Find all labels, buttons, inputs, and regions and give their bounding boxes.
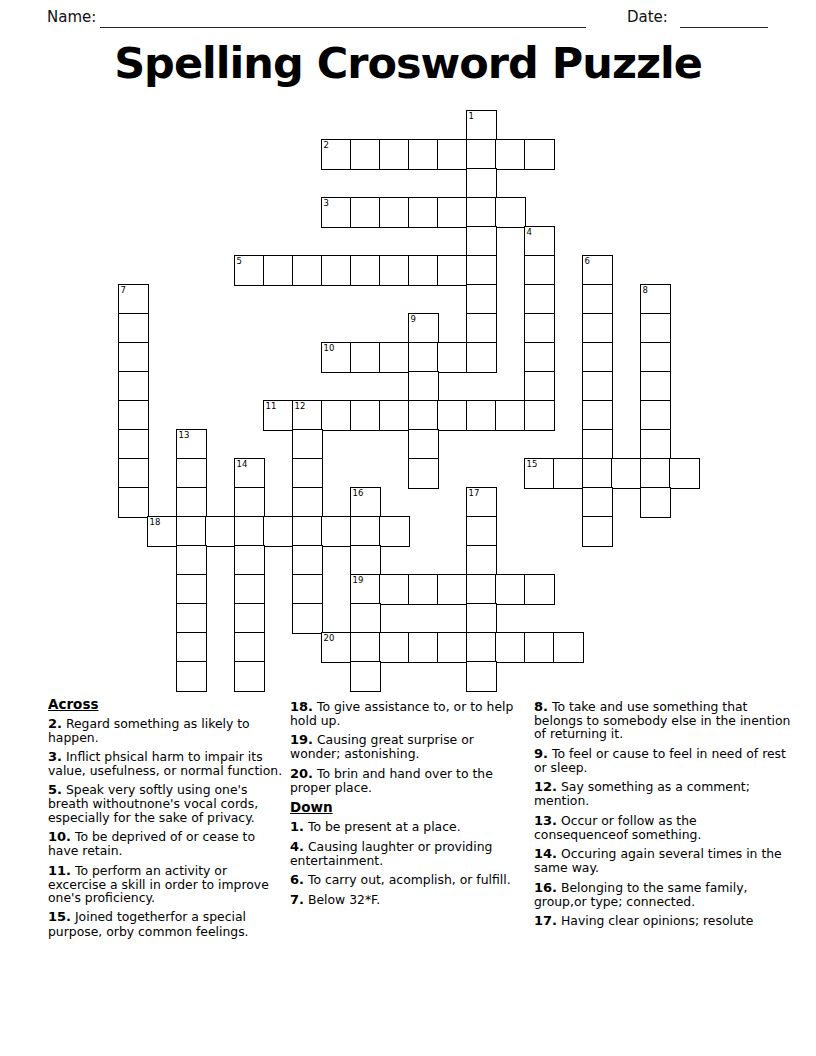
grid-cell-r16c12[interactable] — [466, 574, 497, 605]
grid-cell-r9c0[interactable] — [118, 371, 149, 402]
grid-cell-r5c7[interactable] — [321, 255, 352, 286]
grid-cell-r19c12[interactable] — [466, 661, 497, 692]
grid-cell-r18c13[interactable] — [495, 632, 526, 663]
grid-cell-r18c9[interactable] — [379, 632, 410, 663]
grid-cell-r7c18[interactable] — [640, 313, 671, 344]
name-blank-line[interactable] — [100, 9, 586, 28]
grid-cell-r14c4[interactable] — [234, 516, 265, 547]
grid-cell-r16c6[interactable] — [292, 574, 323, 605]
clue-19: 19. Causing great surprise or wonder; as… — [290, 733, 524, 760]
clue-2: 2. Regard something as likely to happen. — [48, 717, 286, 744]
grid-cell-r16c11[interactable] — [437, 574, 468, 605]
grid-cell-r14c9[interactable] — [379, 516, 410, 547]
grid-cell-r5c16[interactable]: 6 — [582, 255, 613, 286]
cell-number-13: 13 — [179, 431, 190, 440]
grid-cell-r13c8[interactable]: 16 — [350, 487, 381, 518]
cell-number-8: 8 — [643, 286, 648, 295]
clue-column-right: 8. To take and use something that belong… — [534, 700, 792, 934]
grid-cell-r3c11[interactable] — [437, 197, 468, 228]
grid-cell-r10c6[interactable]: 12 — [292, 400, 323, 431]
grid-cell-r5c11[interactable] — [437, 255, 468, 286]
grid-cell-r8c9[interactable] — [379, 342, 410, 373]
grid-cell-r19c4[interactable] — [234, 661, 265, 692]
grid-cell-r3c13[interactable] — [495, 197, 526, 228]
clue-number-label-19: 19. — [290, 732, 313, 747]
grid-cell-r5c4[interactable]: 5 — [234, 255, 265, 286]
grid-cell-r1c7[interactable]: 2 — [321, 139, 352, 170]
grid-cell-r11c2[interactable]: 13 — [176, 429, 207, 460]
grid-cell-r1c10[interactable] — [408, 139, 439, 170]
grid-cell-r10c12[interactable] — [466, 400, 497, 431]
grid-cell-r18c7[interactable]: 20 — [321, 632, 352, 663]
clue-number-label-20: 20. — [290, 766, 313, 781]
cell-number-1: 1 — [469, 112, 474, 121]
grid-cell-r8c7[interactable]: 10 — [321, 342, 352, 373]
date-label: Date: — [627, 8, 668, 26]
grid-cell-r13c12[interactable]: 17 — [466, 487, 497, 518]
grid-cell-r11c16[interactable] — [582, 429, 613, 460]
grid-cell-r15c2[interactable] — [176, 545, 207, 576]
grid-cell-r1c12[interactable] — [466, 139, 497, 170]
grid-cell-r10c7[interactable] — [321, 400, 352, 431]
crossword-grid: 1234567891011121314151617181920 — [118, 110, 698, 690]
down-heading: Down — [290, 800, 524, 815]
grid-cell-r15c4[interactable] — [234, 545, 265, 576]
grid-cell-r10c11[interactable] — [437, 400, 468, 431]
clue-number-label-14: 14. — [534, 846, 557, 861]
grid-cell-r9c16[interactable] — [582, 371, 613, 402]
grid-cell-r11c6[interactable] — [292, 429, 323, 460]
grid-cell-r10c13[interactable] — [495, 400, 526, 431]
grid-cell-r5c14[interactable] — [524, 255, 555, 286]
clue-10: 10. To be deprived of or cease to have r… — [48, 830, 286, 857]
clue-number-label-18: 18. — [290, 699, 313, 714]
grid-cell-r3c9[interactable] — [379, 197, 410, 228]
grid-cell-r10c9[interactable] — [379, 400, 410, 431]
cell-number-5: 5 — [237, 257, 242, 266]
grid-cell-r18c12[interactable] — [466, 632, 497, 663]
grid-cell-r10c16[interactable] — [582, 400, 613, 431]
clue-1: 1. To be present at a place. — [290, 820, 524, 834]
grid-cell-r9c18[interactable] — [640, 371, 671, 402]
grid-cell-r19c8[interactable] — [350, 661, 381, 692]
grid-cell-r5c8[interactable] — [350, 255, 381, 286]
grid-cell-r3c8[interactable] — [350, 197, 381, 228]
grid-cell-r5c6[interactable] — [292, 255, 323, 286]
grid-cell-r12c17[interactable] — [611, 458, 642, 489]
cell-number-11: 11 — [266, 402, 277, 411]
cell-number-17: 17 — [469, 489, 480, 498]
grid-cell-r18c2[interactable] — [176, 632, 207, 663]
clue-number-label-12: 12. — [534, 779, 557, 794]
cell-number-16: 16 — [353, 489, 364, 498]
clue-15: 15. Joined togetherfor a special purpose… — [48, 910, 286, 937]
grid-cell-r1c8[interactable] — [350, 139, 381, 170]
grid-cell-r12c19[interactable] — [669, 458, 700, 489]
grid-cell-r18c8[interactable] — [350, 632, 381, 663]
grid-cell-r10c5[interactable]: 11 — [263, 400, 294, 431]
grid-cell-r3c10[interactable] — [408, 197, 439, 228]
grid-cell-r10c14[interactable] — [524, 400, 555, 431]
clue-9: 9. To feel or cause to feel in need of r… — [534, 747, 792, 774]
grid-cell-r7c14[interactable] — [524, 313, 555, 344]
grid-cell-r8c10[interactable] — [408, 342, 439, 373]
clue-number-label-16: 16. — [534, 880, 557, 895]
grid-cell-r8c14[interactable] — [524, 342, 555, 373]
page-title: Spelling Crosword Puzzle — [0, 38, 816, 88]
grid-cell-r14c3[interactable] — [205, 516, 236, 547]
grid-cell-r16c2[interactable] — [176, 574, 207, 605]
clue-20: 20. To brin and hand over to the proper … — [290, 767, 524, 794]
grid-cell-r10c10[interactable] — [408, 400, 439, 431]
worksheet-page: Name: Date: Spelling Crosword Puzzle 123… — [0, 0, 816, 1056]
grid-cell-r18c11[interactable] — [437, 632, 468, 663]
cell-number-9: 9 — [411, 315, 416, 324]
grid-cell-r13c6[interactable] — [292, 487, 323, 518]
across-heading: Across — [48, 697, 286, 712]
grid-cell-r13c0[interactable] — [118, 487, 149, 518]
cell-number-6: 6 — [585, 257, 590, 266]
grid-cell-r17c6[interactable] — [292, 603, 323, 634]
grid-cell-r12c15[interactable] — [553, 458, 584, 489]
clue-8: 8. To take and use something that belong… — [534, 700, 792, 741]
grid-cell-r9c14[interactable] — [524, 371, 555, 402]
clue-number-label-7: 7. — [290, 892, 304, 907]
grid-cell-r6c14[interactable] — [524, 284, 555, 315]
clue-7: 7. Below 32*F. — [290, 893, 524, 907]
grid-cell-r17c8[interactable] — [350, 603, 381, 634]
grid-cell-r1c14[interactable] — [524, 139, 555, 170]
clue-number-label-4: 4. — [290, 839, 304, 854]
cell-number-7: 7 — [121, 286, 126, 295]
grid-cell-r14c2[interactable] — [176, 516, 207, 547]
grid-cell-r12c4[interactable]: 14 — [234, 458, 265, 489]
clue-number-label-11: 11. — [48, 863, 71, 878]
grid-cell-r8c18[interactable] — [640, 342, 671, 373]
grid-cell-r12c18[interactable] — [640, 458, 671, 489]
grid-cell-r8c0[interactable] — [118, 342, 149, 373]
grid-cell-r7c16[interactable] — [582, 313, 613, 344]
grid-cell-r16c13[interactable] — [495, 574, 526, 605]
grid-cell-r16c9[interactable] — [379, 574, 410, 605]
cell-number-4: 4 — [527, 228, 532, 237]
grid-cell-r16c8[interactable]: 19 — [350, 574, 381, 605]
grid-cell-r14c16[interactable] — [582, 516, 613, 547]
grid-cell-r6c18[interactable]: 8 — [640, 284, 671, 315]
clue-4: 4. Causing laughter or providing enterta… — [290, 840, 524, 867]
grid-cell-r17c4[interactable] — [234, 603, 265, 634]
cell-number-12: 12 — [295, 402, 306, 411]
clue-3: 3. Inflict phsical harm to impair its va… — [48, 750, 286, 777]
clue-number-label-1: 1. — [290, 819, 304, 834]
grid-cell-r13c16[interactable] — [582, 487, 613, 518]
grid-cell-r8c16[interactable] — [582, 342, 613, 373]
grid-cell-r11c0[interactable] — [118, 429, 149, 460]
clue-number-label-8: 8. — [534, 699, 548, 714]
grid-cell-r5c10[interactable] — [408, 255, 439, 286]
cell-number-18: 18 — [150, 518, 161, 527]
clue-number-label-13: 13. — [534, 813, 557, 828]
cell-number-10: 10 — [324, 344, 335, 353]
grid-cell-r7c12[interactable] — [466, 313, 497, 344]
clue-number-label-10: 10. — [48, 829, 71, 844]
name-label: Name: — [47, 8, 96, 26]
grid-cell-r5c9[interactable] — [379, 255, 410, 286]
grid-cell-r5c12[interactable] — [466, 255, 497, 286]
grid-cell-r12c14[interactable]: 15 — [524, 458, 555, 489]
grid-cell-r7c0[interactable] — [118, 313, 149, 344]
grid-cell-r18c15[interactable] — [553, 632, 584, 663]
grid-cell-r12c0[interactable] — [118, 458, 149, 489]
grid-cell-r10c0[interactable] — [118, 400, 149, 431]
grid-cell-r14c1[interactable]: 18 — [147, 516, 178, 547]
grid-cell-r12c2[interactable] — [176, 458, 207, 489]
grid-cell-r15c8[interactable] — [350, 545, 381, 576]
clue-number-label-6: 6. — [290, 872, 304, 887]
grid-cell-r16c14[interactable] — [524, 574, 555, 605]
date-blank-line[interactable] — [680, 9, 768, 28]
clue-number-label-15: 15. — [48, 909, 71, 924]
clue-column-left: Across2. Regard something as likely to h… — [48, 697, 286, 944]
clue-11: 11. To perform an activity or excercise … — [48, 864, 286, 905]
grid-cell-r3c7[interactable]: 3 — [321, 197, 352, 228]
grid-cell-r14c5[interactable] — [263, 516, 294, 547]
grid-cell-r15c6[interactable] — [292, 545, 323, 576]
cell-number-14: 14 — [237, 460, 248, 469]
clue-number-label-17: 17. — [534, 913, 557, 928]
grid-cell-r16c4[interactable] — [234, 574, 265, 605]
grid-cell-r6c12[interactable] — [466, 284, 497, 315]
clue-number-label-3: 3. — [48, 749, 62, 764]
cell-number-2: 2 — [324, 141, 329, 150]
grid-cell-r11c10[interactable] — [408, 429, 439, 460]
grid-cell-r12c16[interactable] — [582, 458, 613, 489]
grid-cell-r14c6[interactable] — [292, 516, 323, 547]
grid-cell-r12c6[interactable] — [292, 458, 323, 489]
grid-cell-r18c4[interactable] — [234, 632, 265, 663]
grid-cell-r19c2[interactable] — [176, 661, 207, 692]
grid-cell-r18c10[interactable] — [408, 632, 439, 663]
grid-cell-r4c12[interactable] — [466, 226, 497, 257]
grid-cell-r13c4[interactable] — [234, 487, 265, 518]
clue-17: 17. Having clear opinions; resolute — [534, 914, 792, 928]
grid-cell-r10c8[interactable] — [350, 400, 381, 431]
grid-cell-r13c18[interactable] — [640, 487, 671, 518]
clue-number-label-2: 2. — [48, 716, 62, 731]
grid-cell-r9c10[interactable] — [408, 371, 439, 402]
grid-cell-r6c16[interactable] — [582, 284, 613, 315]
grid-cell-r10c18[interactable] — [640, 400, 671, 431]
cell-number-15: 15 — [527, 460, 538, 469]
grid-cell-r16c10[interactable] — [408, 574, 439, 605]
grid-cell-r8c8[interactable] — [350, 342, 381, 373]
grid-cell-r1c9[interactable] — [379, 139, 410, 170]
grid-cell-r17c2[interactable] — [176, 603, 207, 634]
clue-column-middle: 18. To give assistance to, or to help ho… — [290, 700, 524, 913]
grid-cell-r14c8[interactable] — [350, 516, 381, 547]
grid-cell-r3c12[interactable] — [466, 197, 497, 228]
grid-cell-r11c18[interactable] — [640, 429, 671, 460]
grid-cell-r8c11[interactable] — [437, 342, 468, 373]
grid-cell-r0c12[interactable]: 1 — [466, 110, 497, 141]
cell-number-19: 19 — [353, 576, 364, 585]
clue-14: 14. Occuring again several times in the … — [534, 847, 792, 874]
clue-6: 6. To carry out, acomplish, or fulfill. — [290, 873, 524, 887]
grid-cell-r2c12[interactable] — [466, 168, 497, 199]
grid-cell-r6c0[interactable]: 7 — [118, 284, 149, 315]
grid-cell-r1c13[interactable] — [495, 139, 526, 170]
clue-12: 12. Say something as a comment; mention. — [534, 780, 792, 807]
grid-cell-r7c10[interactable]: 9 — [408, 313, 439, 344]
grid-cell-r15c12[interactable] — [466, 545, 497, 576]
clue-13: 13. Occur or follow as the consequenceof… — [534, 814, 792, 841]
grid-cell-r12c10[interactable] — [408, 458, 439, 489]
cell-number-20: 20 — [324, 634, 335, 643]
grid-cell-r18c14[interactable] — [524, 632, 555, 663]
grid-cell-r14c7[interactable] — [321, 516, 352, 547]
clue-number-label-5: 5. — [48, 782, 62, 797]
grid-cell-r5c5[interactable] — [263, 255, 294, 286]
clue-number-label-9: 9. — [534, 746, 548, 761]
grid-cell-r8c12[interactable] — [466, 342, 497, 373]
grid-cell-r1c11[interactable] — [437, 139, 468, 170]
grid-cell-r13c2[interactable] — [176, 487, 207, 518]
clue-18: 18. To give assistance to, or to help ho… — [290, 700, 524, 727]
clue-16: 16. Belonging to the same family, group,… — [534, 881, 792, 908]
cell-number-3: 3 — [324, 199, 329, 208]
clue-5: 5. Speak very softly using one's breath … — [48, 783, 286, 824]
grid-cell-r4c14[interactable]: 4 — [524, 226, 555, 257]
grid-cell-r14c12[interactable] — [466, 516, 497, 547]
grid-cell-r17c12[interactable] — [466, 603, 497, 634]
